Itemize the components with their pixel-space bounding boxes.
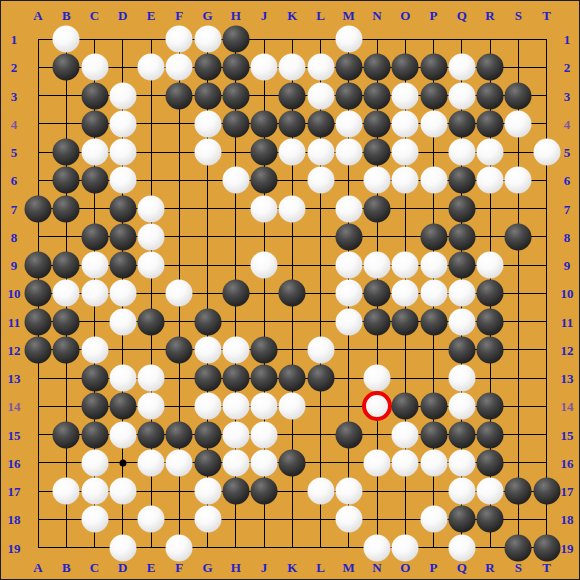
col-label-bottom: T: [542, 561, 551, 574]
black-stone[interactable]: [81, 167, 108, 194]
col-label-bottom: C: [90, 561, 99, 574]
black-stone[interactable]: [194, 82, 221, 109]
marked-last-move-stone[interactable]: [362, 391, 392, 421]
black-stone[interactable]: [53, 139, 80, 166]
black-stone[interactable]: [194, 365, 221, 392]
white-stone[interactable]: [392, 252, 419, 279]
row-label-right: 1: [564, 33, 571, 46]
col-label-top: B: [62, 9, 71, 22]
white-stone[interactable]: [166, 54, 193, 81]
white-stone[interactable]: [505, 110, 532, 137]
white-stone[interactable]: [392, 534, 419, 561]
white-stone[interactable]: [364, 365, 391, 392]
black-stone[interactable]: [477, 54, 504, 81]
row-label-right: 8: [564, 230, 571, 243]
black-stone[interactable]: [25, 308, 52, 335]
white-stone[interactable]: [448, 308, 475, 335]
black-stone[interactable]: [279, 365, 306, 392]
col-label-top: H: [231, 9, 241, 22]
col-label-top: K: [287, 9, 297, 22]
black-stone[interactable]: [251, 167, 278, 194]
row-label-right: 17: [561, 485, 574, 498]
white-stone[interactable]: [392, 421, 419, 448]
row-label-left: 18: [8, 513, 21, 526]
white-stone[interactable]: [364, 534, 391, 561]
black-stone[interactable]: [53, 336, 80, 363]
white-stone[interactable]: [448, 534, 475, 561]
white-stone[interactable]: [81, 139, 108, 166]
white-stone[interactable]: [448, 393, 475, 420]
black-stone[interactable]: [194, 54, 221, 81]
white-stone[interactable]: [53, 280, 80, 307]
white-stone[interactable]: [81, 449, 108, 476]
white-stone[interactable]: [138, 365, 165, 392]
white-stone[interactable]: [166, 26, 193, 53]
white-stone[interactable]: [251, 393, 278, 420]
white-stone[interactable]: [109, 280, 136, 307]
white-stone[interactable]: [448, 449, 475, 476]
white-stone[interactable]: [335, 139, 362, 166]
go-board[interactable]: AABBCCDDEEFFGGHHJJKKLLMMNNOOPPQQRRSSTT11…: [0, 0, 580, 580]
black-stone[interactable]: [364, 82, 391, 109]
white-stone[interactable]: [279, 195, 306, 222]
row-label-left: 12: [8, 343, 21, 356]
col-label-top: L: [316, 9, 325, 22]
row-label-right: 5: [564, 146, 571, 159]
white-stone[interactable]: [138, 252, 165, 279]
black-stone[interactable]: [279, 280, 306, 307]
white-stone[interactable]: [279, 393, 306, 420]
white-stone[interactable]: [81, 506, 108, 533]
white-stone[interactable]: [279, 139, 306, 166]
black-stone[interactable]: [222, 280, 249, 307]
white-stone[interactable]: [222, 393, 249, 420]
black-stone[interactable]: [420, 223, 447, 250]
black-stone[interactable]: [222, 478, 249, 505]
star-point: [119, 459, 126, 466]
white-stone[interactable]: [222, 449, 249, 476]
row-label-right: 13: [561, 372, 574, 385]
white-stone[interactable]: [420, 252, 447, 279]
white-stone[interactable]: [222, 167, 249, 194]
black-stone[interactable]: [477, 421, 504, 448]
white-stone[interactable]: [335, 506, 362, 533]
col-label-bottom: E: [147, 561, 156, 574]
black-stone[interactable]: [251, 478, 278, 505]
row-label-right: 15: [561, 428, 574, 441]
white-stone[interactable]: [392, 110, 419, 137]
col-label-bottom: M: [343, 561, 355, 574]
white-stone[interactable]: [392, 280, 419, 307]
white-stone[interactable]: [420, 506, 447, 533]
col-label-bottom: J: [261, 561, 268, 574]
black-stone[interactable]: [477, 506, 504, 533]
white-stone[interactable]: [138, 223, 165, 250]
white-stone[interactable]: [109, 365, 136, 392]
white-stone[interactable]: [335, 308, 362, 335]
row-label-left: 17: [8, 485, 21, 498]
row-label-left: 6: [11, 174, 18, 187]
black-stone[interactable]: [109, 393, 136, 420]
black-stone[interactable]: [279, 82, 306, 109]
row-label-left: 9: [11, 259, 18, 272]
white-stone[interactable]: [448, 82, 475, 109]
row-label-left: 19: [8, 541, 21, 554]
row-label-right: 12: [561, 343, 574, 356]
col-label-top: R: [485, 9, 494, 22]
white-stone[interactable]: [335, 26, 362, 53]
col-label-bottom: R: [485, 561, 494, 574]
black-stone[interactable]: [166, 336, 193, 363]
black-stone[interactable]: [533, 534, 560, 561]
black-stone[interactable]: [448, 421, 475, 448]
col-label-top: E: [147, 9, 156, 22]
white-stone[interactable]: [307, 167, 334, 194]
black-stone[interactable]: [420, 82, 447, 109]
white-stone[interactable]: [81, 478, 108, 505]
white-stone[interactable]: [307, 54, 334, 81]
black-stone[interactable]: [194, 308, 221, 335]
black-stone[interactable]: [505, 223, 532, 250]
white-stone[interactable]: [448, 139, 475, 166]
black-stone[interactable]: [53, 421, 80, 448]
black-stone[interactable]: [194, 421, 221, 448]
col-label-top: F: [175, 9, 183, 22]
col-label-bottom: D: [118, 561, 127, 574]
row-label-left: 13: [8, 372, 21, 385]
black-stone[interactable]: [335, 421, 362, 448]
white-stone[interactable]: [251, 195, 278, 222]
white-stone[interactable]: [420, 167, 447, 194]
black-stone[interactable]: [251, 139, 278, 166]
white-stone[interactable]: [81, 252, 108, 279]
white-stone[interactable]: [138, 393, 165, 420]
black-stone[interactable]: [364, 54, 391, 81]
col-label-top: T: [542, 9, 551, 22]
row-label-right: 18: [561, 513, 574, 526]
black-stone[interactable]: [420, 308, 447, 335]
black-stone[interactable]: [222, 26, 249, 53]
black-stone[interactable]: [25, 336, 52, 363]
black-stone[interactable]: [222, 82, 249, 109]
black-stone[interactable]: [477, 110, 504, 137]
col-label-bottom: A: [33, 561, 42, 574]
black-stone[interactable]: [505, 534, 532, 561]
black-stone[interactable]: [477, 82, 504, 109]
white-stone[interactable]: [109, 421, 136, 448]
white-stone[interactable]: [420, 110, 447, 137]
black-stone[interactable]: [194, 449, 221, 476]
black-stone[interactable]: [392, 54, 419, 81]
row-label-right: 9: [564, 259, 571, 272]
row-label-right: 16: [561, 456, 574, 469]
black-stone[interactable]: [53, 167, 80, 194]
white-stone[interactable]: [392, 139, 419, 166]
white-stone[interactable]: [307, 139, 334, 166]
col-label-top: J: [261, 9, 268, 22]
white-stone[interactable]: [505, 167, 532, 194]
white-stone[interactable]: [448, 365, 475, 392]
white-stone[interactable]: [251, 449, 278, 476]
black-stone[interactable]: [138, 308, 165, 335]
white-stone[interactable]: [251, 252, 278, 279]
black-stone[interactable]: [364, 280, 391, 307]
black-stone[interactable]: [81, 82, 108, 109]
white-stone[interactable]: [279, 54, 306, 81]
black-stone[interactable]: [335, 223, 362, 250]
black-stone[interactable]: [335, 82, 362, 109]
black-stone[interactable]: [81, 223, 108, 250]
black-stone[interactable]: [392, 393, 419, 420]
row-label-left: 14: [8, 400, 21, 413]
black-stone[interactable]: [222, 365, 249, 392]
row-label-left: 10: [8, 287, 21, 300]
col-label-top: N: [372, 9, 381, 22]
black-stone[interactable]: [166, 421, 193, 448]
col-label-top: O: [400, 9, 410, 22]
black-stone[interactable]: [25, 195, 52, 222]
white-stone[interactable]: [335, 110, 362, 137]
grid-line-vertical: [546, 39, 547, 548]
black-stone[interactable]: [25, 252, 52, 279]
black-stone[interactable]: [53, 252, 80, 279]
white-stone[interactable]: [194, 26, 221, 53]
black-stone[interactable]: [81, 365, 108, 392]
row-label-left: 2: [11, 61, 18, 74]
row-label-right: 19: [561, 541, 574, 554]
row-label-left: 5: [11, 146, 18, 159]
col-label-top: G: [202, 9, 212, 22]
white-stone[interactable]: [194, 139, 221, 166]
black-stone[interactable]: [166, 82, 193, 109]
black-stone[interactable]: [53, 54, 80, 81]
black-stone[interactable]: [448, 110, 475, 137]
white-stone[interactable]: [307, 82, 334, 109]
col-label-top: D: [118, 9, 127, 22]
black-stone[interactable]: [448, 223, 475, 250]
black-stone[interactable]: [53, 308, 80, 335]
black-stone[interactable]: [81, 421, 108, 448]
col-label-bottom: B: [62, 561, 71, 574]
white-stone[interactable]: [53, 26, 80, 53]
white-stone[interactable]: [109, 110, 136, 137]
white-stone[interactable]: [81, 280, 108, 307]
white-stone[interactable]: [364, 167, 391, 194]
white-stone[interactable]: [307, 336, 334, 363]
row-label-right: 4: [564, 117, 571, 130]
white-stone[interactable]: [138, 54, 165, 81]
black-stone[interactable]: [448, 336, 475, 363]
col-label-bottom: S: [515, 561, 522, 574]
black-stone[interactable]: [109, 223, 136, 250]
col-label-top: P: [430, 9, 438, 22]
white-stone[interactable]: [533, 139, 560, 166]
white-stone[interactable]: [335, 252, 362, 279]
row-label-right: 10: [561, 287, 574, 300]
white-stone[interactable]: [81, 54, 108, 81]
col-label-bottom: O: [400, 561, 410, 574]
black-stone[interactable]: [335, 54, 362, 81]
col-label-top: C: [90, 9, 99, 22]
row-label-left: 8: [11, 230, 18, 243]
black-stone[interactable]: [279, 449, 306, 476]
white-stone[interactable]: [138, 506, 165, 533]
white-stone[interactable]: [448, 280, 475, 307]
white-stone[interactable]: [307, 478, 334, 505]
black-stone[interactable]: [307, 365, 334, 392]
row-label-left: 3: [11, 89, 18, 102]
col-label-top: M: [343, 9, 355, 22]
white-stone[interactable]: [53, 478, 80, 505]
black-stone[interactable]: [448, 167, 475, 194]
black-stone[interactable]: [420, 393, 447, 420]
white-stone[interactable]: [392, 82, 419, 109]
col-label-bottom: K: [287, 561, 297, 574]
white-stone[interactable]: [477, 167, 504, 194]
black-stone[interactable]: [364, 195, 391, 222]
black-stone[interactable]: [251, 365, 278, 392]
col-label-bottom: Q: [457, 561, 467, 574]
black-stone[interactable]: [364, 110, 391, 137]
white-stone[interactable]: [477, 139, 504, 166]
row-label-right: 2: [564, 61, 571, 74]
white-stone[interactable]: [194, 336, 221, 363]
row-label-left: 15: [8, 428, 21, 441]
black-stone[interactable]: [364, 308, 391, 335]
black-stone[interactable]: [477, 308, 504, 335]
white-stone[interactable]: [420, 449, 447, 476]
row-label-right: 14: [561, 400, 574, 413]
black-stone[interactable]: [53, 195, 80, 222]
white-stone[interactable]: [222, 336, 249, 363]
white-stone[interactable]: [251, 421, 278, 448]
black-stone[interactable]: [25, 280, 52, 307]
white-stone[interactable]: [194, 110, 221, 137]
black-stone[interactable]: [533, 478, 560, 505]
white-stone[interactable]: [448, 54, 475, 81]
white-stone[interactable]: [109, 534, 136, 561]
white-stone[interactable]: [251, 54, 278, 81]
white-stone[interactable]: [138, 195, 165, 222]
black-stone[interactable]: [251, 110, 278, 137]
black-stone[interactable]: [420, 54, 447, 81]
black-stone[interactable]: [109, 195, 136, 222]
black-stone[interactable]: [251, 336, 278, 363]
white-stone[interactable]: [222, 421, 249, 448]
black-stone[interactable]: [477, 280, 504, 307]
col-label-bottom: N: [372, 561, 381, 574]
col-label-bottom: G: [202, 561, 212, 574]
black-stone[interactable]: [138, 421, 165, 448]
row-label-right: 7: [564, 202, 571, 215]
black-stone[interactable]: [477, 393, 504, 420]
white-stone[interactable]: [194, 478, 221, 505]
black-stone[interactable]: [307, 110, 334, 137]
row-label-right: 11: [561, 315, 573, 328]
white-stone[interactable]: [109, 478, 136, 505]
black-stone[interactable]: [505, 82, 532, 109]
black-stone[interactable]: [477, 336, 504, 363]
white-stone[interactable]: [166, 534, 193, 561]
white-stone[interactable]: [109, 139, 136, 166]
row-label-left: 11: [8, 315, 20, 328]
white-stone[interactable]: [335, 280, 362, 307]
white-stone[interactable]: [335, 195, 362, 222]
row-label-left: 4: [11, 117, 18, 130]
col-label-top: Q: [457, 9, 467, 22]
white-stone[interactable]: [194, 506, 221, 533]
white-stone[interactable]: [448, 478, 475, 505]
white-stone[interactable]: [109, 82, 136, 109]
col-label-bottom: L: [316, 561, 325, 574]
black-stone[interactable]: [392, 308, 419, 335]
white-stone[interactable]: [166, 449, 193, 476]
black-stone[interactable]: [477, 449, 504, 476]
white-stone[interactable]: [166, 280, 193, 307]
white-stone[interactable]: [364, 252, 391, 279]
white-stone[interactable]: [109, 167, 136, 194]
white-stone[interactable]: [138, 449, 165, 476]
white-stone[interactable]: [109, 308, 136, 335]
black-stone[interactable]: [448, 195, 475, 222]
white-stone[interactable]: [194, 393, 221, 420]
white-stone[interactable]: [392, 167, 419, 194]
white-stone[interactable]: [335, 478, 362, 505]
black-stone[interactable]: [448, 506, 475, 533]
col-label-top: S: [515, 9, 522, 22]
black-stone[interactable]: [81, 393, 108, 420]
row-label-right: 6: [564, 174, 571, 187]
black-stone[interactable]: [420, 421, 447, 448]
col-label-bottom: F: [175, 561, 183, 574]
row-label-left: 7: [11, 202, 18, 215]
black-stone[interactable]: [109, 252, 136, 279]
black-stone[interactable]: [222, 110, 249, 137]
black-stone[interactable]: [364, 139, 391, 166]
row-label-right: 3: [564, 89, 571, 102]
row-label-left: 1: [11, 33, 18, 46]
white-stone[interactable]: [477, 252, 504, 279]
col-label-bottom: H: [231, 561, 241, 574]
black-stone[interactable]: [448, 252, 475, 279]
black-stone[interactable]: [222, 54, 249, 81]
black-stone[interactable]: [505, 478, 532, 505]
white-stone[interactable]: [81, 336, 108, 363]
white-stone[interactable]: [420, 280, 447, 307]
white-stone[interactable]: [364, 449, 391, 476]
col-label-bottom: P: [430, 561, 438, 574]
black-stone[interactable]: [81, 110, 108, 137]
white-stone[interactable]: [477, 478, 504, 505]
col-label-top: A: [33, 9, 42, 22]
white-stone[interactable]: [392, 449, 419, 476]
row-label-left: 16: [8, 456, 21, 469]
black-stone[interactable]: [279, 110, 306, 137]
